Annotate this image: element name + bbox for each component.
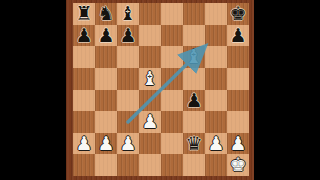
- square-b8[interactable]: ♞: [95, 3, 117, 25]
- black-queen: ♛: [183, 133, 205, 155]
- square-f8[interactable]: [183, 3, 205, 25]
- square-f4[interactable]: ♟: [183, 90, 205, 112]
- square-h2[interactable]: ♟: [227, 133, 249, 155]
- square-a7[interactable]: ♟: [73, 25, 95, 47]
- square-h1[interactable]: ♚: [227, 154, 249, 176]
- square-c5[interactable]: [117, 68, 139, 90]
- square-h8[interactable]: ♚: [227, 3, 249, 25]
- square-b6[interactable]: [95, 46, 117, 68]
- square-f5[interactable]: [183, 68, 205, 90]
- square-c3[interactable]: [117, 111, 139, 133]
- square-e4[interactable]: [161, 90, 183, 112]
- board-frame: ♜♞♝♚♟♟♟♟♝♝♟♟♟♟♟♛♟♟♚: [66, 0, 254, 180]
- video-frame: ♜♞♝♚♟♟♟♟♝♝♟♟♟♟♟♛♟♟♚: [0, 0, 320, 180]
- square-h7[interactable]: ♟: [227, 25, 249, 47]
- square-g2[interactable]: ♟: [205, 133, 227, 155]
- square-h3[interactable]: [227, 111, 249, 133]
- square-a5[interactable]: [73, 68, 95, 90]
- square-e3[interactable]: [161, 111, 183, 133]
- square-f1[interactable]: [183, 154, 205, 176]
- square-b2[interactable]: ♟: [95, 133, 117, 155]
- square-c1[interactable]: [117, 154, 139, 176]
- square-f6[interactable]: ♝: [183, 46, 205, 68]
- square-e1[interactable]: [161, 154, 183, 176]
- black-king: ♚: [227, 3, 249, 25]
- square-h6[interactable]: [227, 46, 249, 68]
- black-rook: ♜: [73, 3, 95, 25]
- black-pawn: ♟: [117, 25, 139, 47]
- white-pawn: ♟: [73, 133, 95, 155]
- chess-board: ♜♞♝♚♟♟♟♟♝♝♟♟♟♟♟♛♟♟♚: [73, 3, 249, 176]
- square-b4[interactable]: [95, 90, 117, 112]
- square-e8[interactable]: [161, 3, 183, 25]
- square-e2[interactable]: [161, 133, 183, 155]
- square-c4[interactable]: [117, 90, 139, 112]
- square-d4[interactable]: [139, 90, 161, 112]
- square-e7[interactable]: [161, 25, 183, 47]
- square-g5[interactable]: [205, 68, 227, 90]
- square-g3[interactable]: [205, 111, 227, 133]
- square-d7[interactable]: [139, 25, 161, 47]
- square-b1[interactable]: [95, 154, 117, 176]
- square-f2[interactable]: ♛: [183, 133, 205, 155]
- square-e6[interactable]: [161, 46, 183, 68]
- square-d2[interactable]: [139, 133, 161, 155]
- square-d1[interactable]: [139, 154, 161, 176]
- white-pawn: ♟: [227, 133, 249, 155]
- square-h5[interactable]: [227, 68, 249, 90]
- square-b3[interactable]: [95, 111, 117, 133]
- square-e5[interactable]: [161, 68, 183, 90]
- square-f3[interactable]: [183, 111, 205, 133]
- white-pawn: ♟: [139, 111, 161, 133]
- square-c7[interactable]: ♟: [117, 25, 139, 47]
- square-d8[interactable]: [139, 3, 161, 25]
- square-b5[interactable]: [95, 68, 117, 90]
- square-g4[interactable]: [205, 90, 227, 112]
- black-pawn: ♟: [95, 25, 117, 47]
- square-a2[interactable]: ♟: [73, 133, 95, 155]
- square-g8[interactable]: [205, 3, 227, 25]
- square-b7[interactable]: ♟: [95, 25, 117, 47]
- white-pawn: ♟: [117, 133, 139, 155]
- square-a3[interactable]: [73, 111, 95, 133]
- black-pawn: ♟: [183, 90, 205, 112]
- square-d3[interactable]: ♟: [139, 111, 161, 133]
- square-a1[interactable]: [73, 154, 95, 176]
- black-bishop: ♝: [117, 3, 139, 25]
- square-a8[interactable]: ♜: [73, 3, 95, 25]
- square-c6[interactable]: [117, 46, 139, 68]
- square-c2[interactable]: ♟: [117, 133, 139, 155]
- square-g6[interactable]: [205, 46, 227, 68]
- square-a4[interactable]: [73, 90, 95, 112]
- square-f7[interactable]: [183, 25, 205, 47]
- square-a6[interactable]: [73, 46, 95, 68]
- white-king: ♚: [227, 154, 249, 176]
- black-knight: ♞: [95, 3, 117, 25]
- black-pawn: ♟: [227, 25, 249, 47]
- white-pawn: ♟: [95, 133, 117, 155]
- square-g7[interactable]: [205, 25, 227, 47]
- white-pawn: ♟: [205, 133, 227, 155]
- square-d5[interactable]: ♝: [139, 68, 161, 90]
- square-h4[interactable]: [227, 90, 249, 112]
- white-bishop: ♝: [183, 46, 205, 68]
- white-bishop: ♝: [139, 68, 161, 90]
- square-d6[interactable]: [139, 46, 161, 68]
- black-pawn: ♟: [73, 25, 95, 47]
- square-g1[interactable]: [205, 154, 227, 176]
- square-c8[interactable]: ♝: [117, 3, 139, 25]
